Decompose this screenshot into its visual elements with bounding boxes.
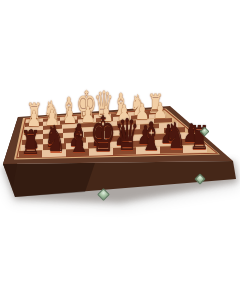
square	[19, 150, 42, 157]
square	[137, 146, 160, 153]
square	[160, 146, 183, 153]
square	[113, 147, 136, 154]
square	[90, 148, 113, 155]
square	[66, 149, 89, 156]
square	[176, 139, 198, 146]
chess-set-product-photo: ♜♞♝♚♛♝♞♜♟♟♟♟♟♟♟♟♟♟♟♟♟♟♟♟♜♞♝♚♛♝♞♜	[0, 0, 240, 303]
square	[43, 149, 66, 156]
board-front-face-shade	[3, 163, 95, 197]
square	[184, 145, 207, 152]
